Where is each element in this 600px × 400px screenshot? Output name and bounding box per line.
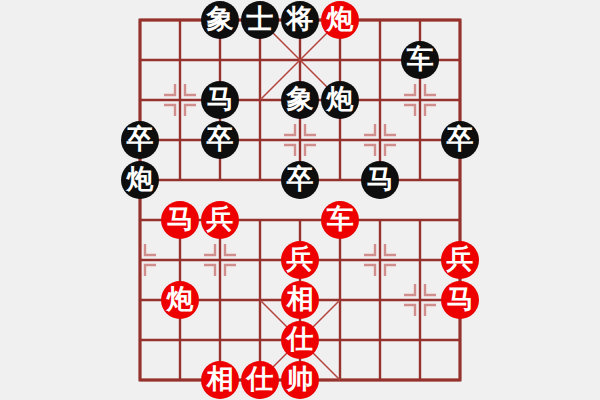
piece-black-cannon[interactable]: 炮 [121, 161, 159, 199]
piece-black-elephant[interactable]: 象 [281, 81, 319, 119]
piece-red-elephant[interactable]: 相 [281, 281, 319, 319]
piece-black-soldier[interactable]: 卒 [201, 121, 239, 159]
piece-red-advisor[interactable]: 仕 [281, 321, 319, 359]
piece-red-cannon[interactable]: 炮 [161, 281, 199, 319]
piece-red-horse[interactable]: 马 [161, 201, 199, 239]
piece-black-soldier[interactable]: 卒 [121, 121, 159, 159]
piece-red-chariot[interactable]: 车 [321, 201, 359, 239]
piece-red-cannon[interactable]: 炮 [321, 1, 359, 39]
piece-black-advisor[interactable]: 士 [241, 1, 279, 39]
piece-black-cannon[interactable]: 炮 [321, 81, 359, 119]
piece-black-horse[interactable]: 马 [201, 81, 239, 119]
piece-black-soldier[interactable]: 卒 [441, 121, 479, 159]
piece-red-elephant[interactable]: 相 [201, 361, 239, 399]
xiangqi-app: 象士将炮车马象炮卒卒卒炮卒马马兵车兵兵炮相马仕相仕帅 [0, 0, 600, 400]
piece-black-horse[interactable]: 马 [361, 161, 399, 199]
piece-red-soldier[interactable]: 兵 [201, 201, 239, 239]
piece-red-advisor[interactable]: 仕 [241, 361, 279, 399]
piece-black-chariot[interactable]: 车 [401, 41, 439, 79]
xiangqi-board: 象士将炮车马象炮卒卒卒炮卒马马兵车兵兵炮相马仕相仕帅 [120, 0, 480, 400]
piece-red-horse[interactable]: 马 [441, 281, 479, 319]
piece-red-general[interactable]: 帅 [281, 361, 319, 399]
piece-red-soldier[interactable]: 兵 [281, 241, 319, 279]
piece-black-elephant[interactable]: 象 [201, 1, 239, 39]
piece-red-soldier[interactable]: 兵 [441, 241, 479, 279]
piece-black-general[interactable]: 将 [281, 1, 319, 39]
piece-black-soldier[interactable]: 卒 [281, 161, 319, 199]
